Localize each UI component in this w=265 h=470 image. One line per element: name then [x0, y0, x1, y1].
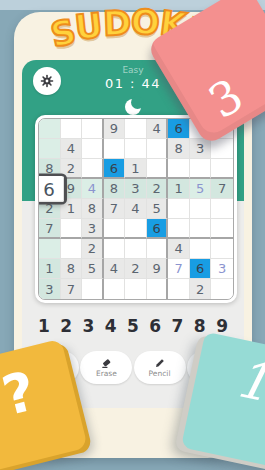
numpad-2[interactable]: 2 — [60, 316, 72, 336]
sudoku-cell-r4c6[interactable]: 2 — [147, 179, 169, 199]
numpad-7[interactable]: 7 — [172, 316, 184, 336]
sudoku-cell-r6c2[interactable] — [61, 219, 83, 239]
sudoku-cell-r2c6[interactable] — [147, 139, 169, 159]
sudoku-cell-r7c8[interactable] — [190, 239, 212, 259]
sudoku-cell-r2c7[interactable]: 8 — [168, 139, 190, 159]
sudoku-cell-r4c3[interactable]: 4 — [82, 179, 104, 199]
numpad-6[interactable]: 6 — [149, 316, 161, 336]
sudoku-cell-r9c6[interactable] — [147, 279, 169, 299]
sudoku-cell-r9c3[interactable] — [82, 279, 104, 299]
sudoku-board: 9464838261694832157218745736241854297633… — [35, 115, 237, 303]
sudoku-cell-r5c2[interactable]: 1 — [61, 199, 83, 219]
sudoku-cell-r6c9[interactable] — [211, 219, 233, 239]
numpad-5[interactable]: 5 — [127, 316, 139, 336]
sudoku-cell-r6c8[interactable] — [190, 219, 212, 239]
number-pad: 123456789 — [38, 316, 228, 336]
sudoku-cell-r2c5[interactable] — [125, 139, 147, 159]
sudoku-cell-r2c3[interactable] — [82, 139, 104, 159]
numpad-1[interactable]: 1 — [38, 316, 50, 336]
sudoku-cell-r2c1[interactable] — [39, 139, 61, 159]
sudoku-cell-r6c6[interactable]: 6 — [147, 219, 169, 239]
sudoku-cell-r5c6[interactable]: 5 — [147, 199, 169, 219]
sudoku-cell-r9c5[interactable] — [125, 279, 147, 299]
sudoku-cell-r7c7[interactable]: 4 — [168, 239, 190, 259]
sudoku-cell-r8c9[interactable]: 3 — [211, 259, 233, 279]
sudoku-cell-r2c4[interactable] — [104, 139, 126, 159]
sudoku-cell-r1c6[interactable]: 4 — [147, 119, 169, 139]
sudoku-cell-r1c4[interactable]: 9 — [104, 119, 126, 139]
sudoku-cell-r5c4[interactable]: 7 — [104, 199, 126, 219]
sudoku-cell-r6c1[interactable]: 7 — [39, 219, 61, 239]
sudoku-cell-r3c5[interactable]: 1 — [125, 159, 147, 179]
moon-icon — [125, 99, 141, 115]
sudoku-cell-r7c2[interactable] — [61, 239, 83, 259]
numpad-9[interactable]: 9 — [216, 316, 228, 336]
sudoku-cell-r4c8[interactable]: 5 — [190, 179, 212, 199]
sudoku-cell-r9c9[interactable] — [211, 279, 233, 299]
sudoku-cell-r1c7[interactable]: 6 — [168, 119, 190, 139]
sudoku-cell-r9c2[interactable]: 7 — [61, 279, 83, 299]
sudoku-cell-r1c3[interactable] — [82, 119, 104, 139]
sudoku-cell-r9c4[interactable] — [104, 279, 126, 299]
sudoku-cell-r2c2[interactable]: 4 — [61, 139, 83, 159]
sudoku-cell-r6c4[interactable] — [104, 219, 126, 239]
sudoku-cell-r4c5[interactable]: 3 — [125, 179, 147, 199]
sudoku-cell-r1c1[interactable] — [39, 119, 61, 139]
sudoku-cell-r4c4[interactable]: 8 — [104, 179, 126, 199]
sudoku-cell-r7c5[interactable] — [125, 239, 147, 259]
sudoku-cell-r5c7[interactable] — [168, 199, 190, 219]
sudoku-grid: 9464838261694832157218745736241854297633… — [38, 118, 234, 300]
sudoku-cell-r6c7[interactable] — [168, 219, 190, 239]
sudoku-cell-r2c9[interactable] — [211, 139, 233, 159]
sudoku-cell-r3c9[interactable] — [211, 159, 233, 179]
numpad-8[interactable]: 8 — [194, 316, 206, 336]
sudoku-cell-r8c4[interactable]: 4 — [104, 259, 126, 279]
sudoku-cell-r5c9[interactable] — [211, 199, 233, 219]
sudoku-cell-r8c5[interactable]: 2 — [125, 259, 147, 279]
sudoku-cell-r2c8[interactable]: 3 — [190, 139, 212, 159]
sudoku-cell-r4c1[interactable]: 6 — [38, 176, 64, 202]
sudoku-cell-r8c1[interactable]: 1 — [39, 259, 61, 279]
sudoku-cell-r4c9[interactable]: 7 — [211, 179, 233, 199]
sudoku-cell-r7c3[interactable]: 2 — [82, 239, 104, 259]
eraser-icon — [100, 357, 113, 369]
sudoku-cell-r5c8[interactable] — [190, 199, 212, 219]
pencil-icon — [154, 357, 166, 369]
sudoku-cell-r8c7[interactable]: 7 — [168, 259, 190, 279]
sudoku-cell-r4c2[interactable]: 9 — [61, 179, 83, 199]
sudoku-cell-r8c6[interactable]: 9 — [147, 259, 169, 279]
sudoku-cell-r3c3[interactable] — [82, 159, 104, 179]
sudoku-cell-r7c6[interactable] — [147, 239, 169, 259]
sudoku-cell-r7c9[interactable] — [211, 239, 233, 259]
decor-card-yellow-glyph: ? — [0, 350, 79, 437]
sudoku-cell-r6c5[interactable] — [125, 219, 147, 239]
sudoku-cell-r9c8[interactable]: 2 — [190, 279, 212, 299]
sudoku-cell-r4c7[interactable]: 1 — [168, 179, 190, 199]
sudoku-cell-r7c4[interactable] — [104, 239, 126, 259]
sudoku-cell-r8c8[interactable]: 6 — [190, 259, 212, 279]
sudoku-cell-r7c1[interactable] — [39, 239, 61, 259]
sudoku-cell-r3c8[interactable] — [190, 159, 212, 179]
title-letter: O — [131, 2, 161, 43]
sudoku-cell-r1c2[interactable] — [61, 119, 83, 139]
sudoku-cell-r8c3[interactable]: 5 — [82, 259, 104, 279]
sudoku-cell-r5c1[interactable]: 2 — [39, 199, 61, 219]
sudoku-cell-r1c5[interactable] — [125, 119, 147, 139]
sudoku-cell-r5c3[interactable]: 8 — [82, 199, 104, 219]
numpad-4[interactable]: 4 — [105, 316, 117, 336]
sudoku-cell-r9c1[interactable]: 3 — [39, 279, 61, 299]
numpad-3[interactable]: 3 — [83, 316, 95, 336]
sudoku-cell-r3c4[interactable]: 6 — [104, 159, 126, 179]
sudoku-cell-r3c2[interactable]: 2 — [61, 159, 83, 179]
erase-label: Erase — [96, 370, 117, 378]
pencil-label: Pencil — [149, 370, 171, 378]
title-letter: D — [102, 3, 132, 44]
pencil-button[interactable]: Pencil — [134, 351, 186, 384]
erase-button[interactable]: Erase — [80, 351, 132, 384]
sudoku-cell-r6c3[interactable]: 3 — [82, 219, 104, 239]
decor-card-pink-number: 3 — [199, 68, 252, 129]
sudoku-cell-r3c7[interactable] — [168, 159, 190, 179]
sudoku-cell-r3c6[interactable] — [147, 159, 169, 179]
title-letter: U — [73, 5, 105, 48]
sudoku-cell-r5c5[interactable]: 4 — [125, 199, 147, 219]
sudoku-cell-r8c2[interactable]: 8 — [61, 259, 83, 279]
sudoku-cell-r9c7[interactable] — [168, 279, 190, 299]
decor-card-teal-number: 1 — [230, 348, 265, 414]
